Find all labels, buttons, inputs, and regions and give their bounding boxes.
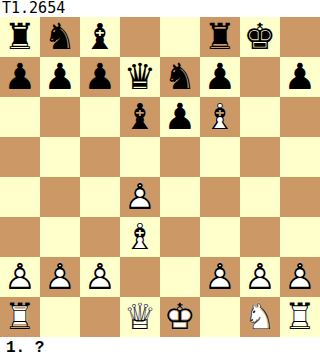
- square-c2[interactable]: ♟♙: [80, 257, 120, 297]
- square-h7[interactable]: ♟: [280, 57, 320, 97]
- square-b8[interactable]: ♞: [40, 17, 80, 57]
- square-g7[interactable]: [240, 57, 280, 97]
- square-c4[interactable]: [80, 177, 120, 217]
- piece-white-king[interactable]: ♔: [160, 297, 200, 337]
- square-a1[interactable]: ♜♖: [0, 297, 40, 337]
- square-h2[interactable]: ♟♙: [280, 257, 320, 297]
- square-a7[interactable]: ♟: [0, 57, 40, 97]
- square-c1[interactable]: [80, 297, 120, 337]
- square-b5[interactable]: [40, 137, 80, 177]
- square-h8[interactable]: [280, 17, 320, 57]
- piece-black-king[interactable]: ♚: [240, 17, 280, 57]
- square-b2[interactable]: ♟♙: [40, 257, 80, 297]
- square-d7[interactable]: ♛: [120, 57, 160, 97]
- square-e1[interactable]: ♚♔: [160, 297, 200, 337]
- square-e4[interactable]: [160, 177, 200, 217]
- square-b7[interactable]: ♟: [40, 57, 80, 97]
- square-g1[interactable]: ♞♘: [240, 297, 280, 337]
- piece-black-queen[interactable]: ♛: [120, 57, 160, 97]
- piece-white-pawn[interactable]: ♙: [80, 257, 120, 297]
- square-d6[interactable]: ♝: [120, 97, 160, 137]
- square-e7[interactable]: ♞: [160, 57, 200, 97]
- square-b6[interactable]: [40, 97, 80, 137]
- square-e2[interactable]: [160, 257, 200, 297]
- square-e6[interactable]: ♟: [160, 97, 200, 137]
- square-d4[interactable]: ♟♙: [120, 177, 160, 217]
- move-prompt: 1. ?: [0, 337, 320, 360]
- square-f5[interactable]: [200, 137, 240, 177]
- piece-white-rook[interactable]: ♖: [280, 297, 320, 337]
- square-f1[interactable]: [200, 297, 240, 337]
- piece-white-pawn[interactable]: ♙: [280, 257, 320, 297]
- square-h5[interactable]: [280, 137, 320, 177]
- square-a2[interactable]: ♟♙: [0, 257, 40, 297]
- piece-white-bishop[interactable]: ♗: [200, 97, 240, 137]
- piece-black-pawn[interactable]: ♟: [280, 57, 320, 97]
- chess-board: ♜♞♝♜♚♟♟♟♛♞♟♟♝♟♝♗♟♙♝♗♟♙♟♙♟♙♟♙♟♙♟♙♜♖♛♕♚♔♞♘…: [0, 17, 320, 337]
- square-d3[interactable]: ♝♗: [120, 217, 160, 257]
- square-h6[interactable]: [280, 97, 320, 137]
- square-b4[interactable]: [40, 177, 80, 217]
- square-f4[interactable]: [200, 177, 240, 217]
- piece-black-bishop[interactable]: ♝: [120, 97, 160, 137]
- square-a5[interactable]: [0, 137, 40, 177]
- square-h4[interactable]: [280, 177, 320, 217]
- square-g4[interactable]: [240, 177, 280, 217]
- piece-white-pawn[interactable]: ♙: [40, 257, 80, 297]
- square-c8[interactable]: ♝: [80, 17, 120, 57]
- piece-white-pawn[interactable]: ♙: [120, 177, 160, 217]
- square-a6[interactable]: [0, 97, 40, 137]
- square-h1[interactable]: ♜♖: [280, 297, 320, 337]
- square-c5[interactable]: [80, 137, 120, 177]
- square-f8[interactable]: ♜: [200, 17, 240, 57]
- square-a3[interactable]: [0, 217, 40, 257]
- piece-white-pawn[interactable]: ♙: [200, 257, 240, 297]
- piece-black-rook[interactable]: ♜: [0, 17, 40, 57]
- piece-black-pawn[interactable]: ♟: [40, 57, 80, 97]
- square-d8[interactable]: [120, 17, 160, 57]
- piece-white-pawn[interactable]: ♙: [0, 257, 40, 297]
- square-a4[interactable]: [0, 177, 40, 217]
- piece-white-rook[interactable]: ♖: [0, 297, 40, 337]
- square-d2[interactable]: [120, 257, 160, 297]
- piece-black-pawn[interactable]: ♟: [200, 57, 240, 97]
- piece-black-knight[interactable]: ♞: [160, 57, 200, 97]
- piece-black-pawn[interactable]: ♟: [160, 97, 200, 137]
- square-c3[interactable]: [80, 217, 120, 257]
- piece-black-pawn[interactable]: ♟: [0, 57, 40, 97]
- square-e5[interactable]: [160, 137, 200, 177]
- puzzle-id-label: T1.2654: [0, 0, 320, 17]
- square-f6[interactable]: ♝♗: [200, 97, 240, 137]
- square-e8[interactable]: [160, 17, 200, 57]
- square-e3[interactable]: [160, 217, 200, 257]
- square-g5[interactable]: [240, 137, 280, 177]
- square-g8[interactable]: ♚: [240, 17, 280, 57]
- square-h3[interactable]: [280, 217, 320, 257]
- square-b1[interactable]: [40, 297, 80, 337]
- chess-app-window: T1.2654 ♜♞♝♜♚♟♟♟♛♞♟♟♝♟♝♗♟♙♝♗♟♙♟♙♟♙♟♙♟♙♟♙…: [0, 0, 320, 360]
- piece-black-rook[interactable]: ♜: [200, 17, 240, 57]
- square-c6[interactable]: [80, 97, 120, 137]
- piece-white-bishop[interactable]: ♗: [120, 217, 160, 257]
- piece-white-pawn[interactable]: ♙: [240, 257, 280, 297]
- square-g3[interactable]: [240, 217, 280, 257]
- square-d1[interactable]: ♛♕: [120, 297, 160, 337]
- square-f7[interactable]: ♟: [200, 57, 240, 97]
- square-g2[interactable]: ♟♙: [240, 257, 280, 297]
- piece-black-knight[interactable]: ♞: [40, 17, 80, 57]
- square-f3[interactable]: [200, 217, 240, 257]
- square-b3[interactable]: [40, 217, 80, 257]
- square-f2[interactable]: ♟♙: [200, 257, 240, 297]
- square-d5[interactable]: [120, 137, 160, 177]
- piece-black-pawn[interactable]: ♟: [80, 57, 120, 97]
- square-c7[interactable]: ♟: [80, 57, 120, 97]
- piece-white-queen[interactable]: ♕: [120, 297, 160, 337]
- square-g6[interactable]: [240, 97, 280, 137]
- piece-white-knight[interactable]: ♘: [240, 297, 280, 337]
- piece-black-bishop[interactable]: ♝: [80, 17, 120, 57]
- square-a8[interactable]: ♜: [0, 17, 40, 57]
